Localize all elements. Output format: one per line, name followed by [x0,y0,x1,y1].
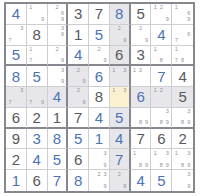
cell-r8c5[interactable]: 39 [89,149,110,170]
given-digit: 2 [178,131,186,146]
user-digit: 3 [32,131,40,146]
pencil-mark-slot [19,100,25,106]
cell-r3c2[interactable]: 17 [27,46,48,67]
cell-r5c3[interactable]: 4 [48,87,69,108]
pencil-mark-slot: 9 [144,162,150,168]
pencil-marks: 29 [110,25,129,45]
cell-r7c7[interactable]: 7 [131,129,152,150]
cell-r7c4[interactable]: 5 [68,129,89,150]
cell-r6c8[interactable]: 389 [151,108,172,129]
user-digit: 1 [12,173,20,188]
cell-r4c5[interactable]: 6 [89,66,110,87]
sudoku-app: 4192693785129169378361529294675172942963… [0,0,200,196]
cell-r1c2[interactable]: 19 [27,4,48,25]
given-digit: 6 [157,131,165,146]
pencil-marks: 29 [89,46,109,65]
user-digit: 5 [12,47,20,62]
user-digit: 4 [74,47,82,62]
pencil-mark-slot: 9 [164,17,170,23]
cell-r9c9[interactable]: 39 [172,170,193,191]
cell-r7c1[interactable]: 9 [6,129,27,150]
pencil-marks: 39 [89,149,109,169]
cell-r8c8[interactable]: 1389 [151,149,172,170]
pencil-mark-slot [186,38,192,44]
user-digit: 5 [32,69,40,84]
given-digit: 5 [178,89,186,104]
cell-r6c6[interactable]: 5 [110,108,131,129]
cell-r3c1[interactable]: 5 [6,46,27,67]
pencil-mark-slot: 9 [122,38,128,44]
cell-r7c5[interactable]: 1 [89,129,110,150]
pencil-mark-slot: 9 [186,120,192,126]
pencil-mark-slot: 9 [60,17,66,23]
user-digit: 6 [95,69,103,84]
pencil-marks: 37 [6,25,26,45]
cell-r5c6[interactable]: 13 [110,87,131,108]
user-digit: 4 [95,110,103,125]
pencil-mark-slot: 9 [164,120,170,126]
cell-r4c6[interactable]: 13 [110,66,131,87]
cell-r2c2[interactable]: 8 [27,25,48,46]
cell-r3c5[interactable]: 29 [89,46,110,67]
pencil-marks: 29 [68,87,88,107]
given-digit: 9 [12,131,20,146]
user-digit: 4 [12,6,20,21]
given-digit: 3 [74,6,82,21]
cell-r2c3[interactable]: 36 [48,25,69,46]
user-digit: 7 [53,173,61,188]
pencil-marks: 18 [151,46,171,65]
cell-r3c8[interactable]: 18 [151,46,172,67]
cell-r8c6[interactable]: 7 [110,149,131,170]
cell-r9c4[interactable]: 8 [68,170,89,191]
pencil-mark-slot: 9 [186,17,192,23]
cell-r4c8[interactable]: 7 [151,66,172,87]
cell-r6c1[interactable]: 6 [6,108,27,129]
user-digit: 5 [74,131,82,146]
pencil-mark-slot [144,79,150,85]
pencil-marks: 17 [27,46,47,65]
cell-r4c4[interactable]: 29 [68,66,89,87]
given-digit: 8 [32,27,40,42]
pencil-mark-slot: 9 [186,162,192,168]
pencil-mark-slot: 9 [81,100,87,106]
cell-r7c2[interactable]: 3 [27,129,48,150]
pencil-marks: 29 [48,46,67,65]
cell-r2c8[interactable]: 4 [151,25,172,46]
pencil-marks: 12 [151,87,171,107]
cell-r4c7[interactable]: 12 [131,66,152,87]
given-digit: 1 [74,27,82,42]
user-digit: 8 [74,173,82,188]
cell-r4c2[interactable]: 5 [27,66,48,87]
pencil-marks: 89 [131,108,151,127]
pencil-mark-slot [186,58,192,64]
given-digit: 1 [53,110,61,125]
pencil-mark-slot: 9 [40,100,46,106]
cell-r1c1[interactable]: 4 [6,4,27,25]
pencil-marks: 239 [89,170,109,191]
given-digit: 6 [12,110,20,125]
pencil-mark-slot [122,100,128,106]
pencil-marks: 36 [48,25,67,45]
cell-r7c8[interactable]: 6 [151,129,172,150]
user-digit: 6 [136,89,144,104]
cell-r9c3[interactable]: 7 [48,170,69,191]
cell-r2c4[interactable]: 1 [68,25,89,46]
pencil-marks: 169 [172,4,193,24]
cell-r2c5[interactable]: 5 [89,25,110,46]
given-digit: 7 [136,131,144,146]
pencil-marks: 79 [27,87,47,107]
user-digit: 4 [115,131,123,146]
cell-r3c7[interactable]: 3 [131,46,152,67]
cell-r3c9[interactable]: 178 [172,46,193,67]
pencil-mark-slot: 9 [40,17,46,23]
cell-r8c1[interactable]: 2 [6,149,27,170]
pencil-marks: 19 [27,4,47,24]
pencil-marks: 13 [110,66,129,86]
pencil-mark-slot: 9 [164,162,170,168]
cell-r6c2[interactable]: 2 [27,108,48,129]
cell-r5c9[interactable]: 5 [172,87,193,108]
given-digit: 8 [95,89,103,104]
user-digit: 1 [95,131,103,146]
pencil-marks: 12 [131,66,151,86]
user-digit: 8 [53,131,61,146]
user-digit: 7 [115,152,123,167]
pencil-mark-slot [122,79,128,85]
pencil-mark-slot [164,58,170,64]
cell-r5c2[interactable]: 79 [27,87,48,108]
given-digit: 5 [136,6,144,21]
given-digit: 2 [32,110,40,125]
pencil-mark-slot: 9 [144,38,150,44]
pencil-mark-slot [164,100,170,106]
cell-r2c1[interactable]: 37 [6,25,27,46]
given-digit: 4 [178,69,186,84]
pencil-marks: 269 [48,4,67,24]
user-digit: 8 [115,6,123,21]
pencil-mark-slot [40,58,46,64]
pencil-marks: 39 [48,66,67,86]
cell-r4c9[interactable]: 4 [172,66,193,87]
cell-r3c4[interactable]: 4 [68,46,89,67]
pencil-marks: 37 [6,87,26,107]
pencil-marks: 189 [131,149,151,169]
pencil-marks: 1389 [151,149,171,169]
cell-r6c4[interactable]: 7 [68,108,89,129]
cell-r1c4[interactable]: 3 [68,4,89,25]
user-digit: 5 [157,173,165,188]
cell-r4c3[interactable]: 39 [48,66,69,87]
pencil-mark-slot: 9 [122,184,128,190]
cell-r7c6[interactable]: 4 [110,129,131,150]
cell-r1c6[interactable]: 8 [110,4,131,25]
pencil-mark-slot [60,38,66,44]
cell-r2c7[interactable]: 29 [131,25,152,46]
cell-r8c4[interactable]: 6 [68,149,89,170]
user-digit: 5 [53,152,61,167]
pencil-mark-slot: 9 [102,58,108,64]
given-digit: 6 [115,47,123,62]
user-digit: 4 [157,27,165,42]
cell-r8c9[interactable]: 1389 [172,149,193,170]
cell-r9c2[interactable]: 6 [27,170,48,191]
cell-r8c2[interactable]: 4 [27,149,48,170]
cell-r5c1[interactable]: 37 [6,87,27,108]
pencil-mark-slot [19,38,25,44]
pencil-marks: 29 [110,170,129,191]
cell-r8c7[interactable]: 189 [131,149,152,170]
sudoku-board: 4192693785129169378361529294675172942963… [4,2,195,193]
cell-r1c7[interactable]: 5 [131,4,152,25]
given-digit: 7 [74,110,82,125]
cell-r7c3[interactable]: 8 [48,129,69,150]
cell-r6c3[interactable]: 1 [48,108,69,129]
given-digit: 3 [136,47,144,62]
cell-r7c9[interactable]: 2 [172,129,193,150]
user-digit: 8 [12,69,20,84]
cell-r5c8[interactable]: 12 [151,87,172,108]
cell-r6c7[interactable]: 89 [131,108,152,129]
given-digit: 7 [95,6,103,21]
pencil-mark-slot: 9 [102,184,108,190]
user-digit: 5 [95,27,103,42]
cell-r2c6[interactable]: 29 [110,25,131,46]
pencil-marks: 39 [172,170,193,191]
cell-r8c3[interactable]: 5 [48,149,69,170]
cell-r1c8[interactable]: 129 [151,4,172,25]
cell-r9c8[interactable]: 5 [151,170,172,191]
pencil-marks: 129 [151,4,171,24]
pencil-marks: 389 [151,108,171,127]
pencil-mark-slot: 9 [102,162,108,168]
cell-r5c4[interactable]: 29 [68,87,89,108]
user-digit: 5 [115,110,123,125]
given-digit: 2 [12,152,20,167]
cell-r5c5[interactable]: 8 [89,87,110,108]
cell-r5c7[interactable]: 6 [131,87,152,108]
cell-r3c3[interactable]: 29 [48,46,69,67]
user-digit: 4 [53,89,61,104]
user-digit: 7 [157,69,165,84]
pencil-mark-slot: 9 [186,184,192,190]
pencil-marks: 29 [68,66,88,86]
cell-r4c1[interactable]: 8 [6,66,27,87]
cell-r1c9[interactable]: 169 [172,4,193,25]
pencil-marks: 67 [172,25,193,45]
given-digit: 6 [32,173,40,188]
pencil-mark-slot: 9 [60,79,66,85]
cell-r1c3[interactable]: 269 [48,4,69,25]
user-digit: 4 [32,152,40,167]
cell-r6c9[interactable]: 389 [172,108,193,129]
pencil-mark-slot: 9 [144,120,150,126]
cell-r9c5[interactable]: 239 [89,170,110,191]
pencil-marks: 13 [110,87,129,107]
cell-r1c5[interactable]: 7 [89,4,110,25]
cell-r3c6[interactable]: 6 [110,46,131,67]
pencil-marks: 178 [172,46,193,65]
cell-r9c1[interactable]: 1 [6,170,27,191]
cell-r9c6[interactable]: 29 [110,170,131,191]
given-digit: 6 [74,152,82,167]
pencil-mark-slot: 9 [60,58,66,64]
user-digit: 4 [136,173,144,188]
pencil-marks: 1389 [172,149,193,169]
pencil-marks: 29 [131,25,151,45]
cell-r9c7[interactable]: 4 [131,170,152,191]
pencil-marks: 389 [172,108,193,127]
pencil-mark-slot: 9 [81,79,87,85]
cell-r6c5[interactable]: 4 [89,108,110,129]
cell-r2c9[interactable]: 67 [172,25,193,46]
